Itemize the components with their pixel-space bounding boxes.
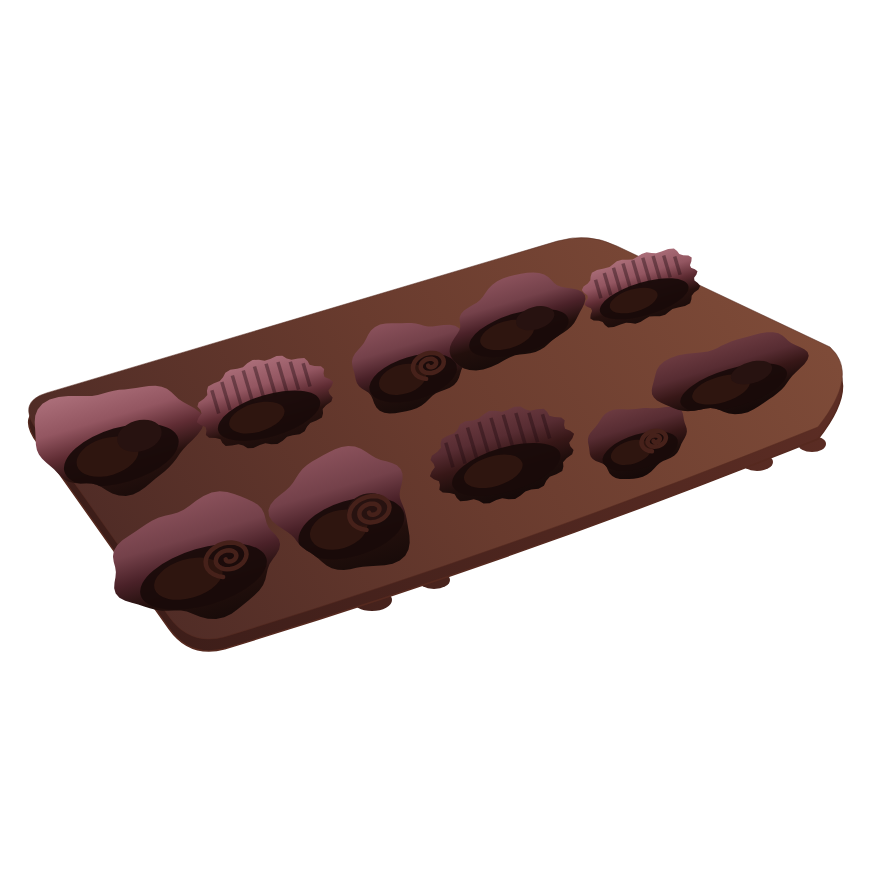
photo-canvas	[0, 0, 870, 870]
silicone-mold	[24, 238, 842, 651]
chocolate-mold-photo	[0, 0, 870, 870]
